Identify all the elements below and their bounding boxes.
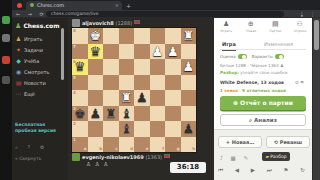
panel-tab-label: Партии xyxy=(264,29,286,33)
player-bottom-flag-icon xyxy=(164,154,170,158)
black-bishop-d2[interactable]: ♝ xyxy=(119,121,135,137)
square-d3[interactable]: ♝ xyxy=(119,106,135,122)
sidebar-item-Играть[interactable]: ♟Играть xyxy=(15,34,67,43)
square-a7[interactable]: 7 xyxy=(72,44,88,60)
square-d5[interactable] xyxy=(119,75,135,91)
subtab-game[interactable]: Игра xyxy=(222,40,236,51)
panel-toggles: ОценкаВарианты xyxy=(220,54,306,61)
square-e8[interactable] xyxy=(134,28,150,44)
square-d1[interactable]: d xyxy=(119,137,135,153)
square-a5[interactable]: 5 xyxy=(72,75,88,91)
square-e5[interactable] xyxy=(134,75,150,91)
black-rook-c3[interactable]: ♜ xyxy=(103,106,119,122)
page: ♟ Chess.com ♟Играть✦Задачи◆Учёба◉Смотрет… xyxy=(12,18,320,180)
share-tool-icons[interactable]: ⤴ ▦ ✎ xyxy=(220,154,251,162)
square-e3[interactable] xyxy=(134,106,150,122)
analysis-button[interactable]: ⌕ Анализ xyxy=(220,114,306,126)
white-king-b8[interactable]: ♚ xyxy=(88,28,104,44)
black-pawn-e4[interactable]: ♟ xyxy=(134,90,150,106)
review-badge-label: Разбор xyxy=(270,154,286,159)
logo-text: Chess.com xyxy=(23,22,59,29)
right-panel: ♟Играть⊕Новая▤Партии⚇Игроки Игра Изменен… xyxy=(214,18,312,180)
page-scrollbar[interactable] xyxy=(313,18,320,180)
toggle-Оценка: Оценка xyxy=(220,54,252,59)
sidebar-icon: ⋯ xyxy=(15,89,22,98)
file-label: f xyxy=(162,147,164,151)
move-nav-bar[interactable]: ⏮ ◀ ▶ ⏭ ⚑ ↻ xyxy=(218,166,310,174)
white-pawn-h6[interactable]: ♟ xyxy=(181,59,197,75)
panel-tab-icon: ⊕ xyxy=(239,20,264,29)
panel-tab-label: Новая xyxy=(240,29,262,33)
review-text: узнайте свои ошибки xyxy=(239,70,288,75)
square-g3[interactable] xyxy=(165,106,181,122)
toggle-switch[interactable] xyxy=(275,54,284,59)
square-b5[interactable] xyxy=(88,75,104,91)
square-e1[interactable]: e xyxy=(134,137,150,153)
ratings-info: Белые 1288 · Чёрные 1363 ♟ xyxy=(220,63,306,68)
square-f3[interactable] xyxy=(150,106,166,122)
rank-label: 5 xyxy=(73,76,76,80)
square-e7[interactable] xyxy=(134,44,150,60)
app-grey2-icon[interactable] xyxy=(2,76,10,84)
white-rook-d4[interactable]: ♜ xyxy=(119,90,135,106)
move-quality-summary: 1 зевок · 9 отличных ходов xyxy=(220,88,306,93)
square-h7[interactable] xyxy=(181,44,197,60)
square-b1[interactable]: b xyxy=(88,137,104,153)
square-g1[interactable]: g xyxy=(165,137,181,153)
square-g4[interactable] xyxy=(165,90,181,106)
browser-window: Chess.com × + ← → ⟳ chess.com/game/live … xyxy=(12,0,320,180)
sidebar-tool-icons[interactable]: ⌕ ? ⚙ xyxy=(15,144,48,151)
file-label: h xyxy=(192,147,195,151)
player-top-rating: (1288) xyxy=(115,20,132,26)
toggle-Варианты: Варианты xyxy=(252,54,289,59)
toggle-label: Оценка xyxy=(220,54,236,59)
square-f8[interactable] xyxy=(150,28,166,44)
square-c4[interactable] xyxy=(103,90,119,106)
square-c7[interactable] xyxy=(103,44,119,60)
white-pawn-f7[interactable]: ♟ xyxy=(150,44,166,60)
sidebar-icon: ♟ xyxy=(15,34,22,43)
panel-tab-icon: ♟ xyxy=(214,20,239,29)
free-trial-link[interactable]: Бесплатная пробная версия xyxy=(15,122,67,134)
square-g8[interactable] xyxy=(165,28,181,44)
square-g5[interactable] xyxy=(165,75,181,91)
app-grey1-icon[interactable] xyxy=(2,34,10,42)
review-link[interactable]: Разбор: xyxy=(220,70,239,75)
square-g7[interactable]: ♟ xyxy=(165,44,181,60)
file-label: a xyxy=(84,147,87,151)
file-label: d xyxy=(130,147,133,151)
new-tab-button[interactable]: + xyxy=(126,2,131,10)
player-top-name[interactable]: aljavovich8 xyxy=(82,20,114,26)
square-a6[interactable]: 6♛ xyxy=(72,59,88,75)
square-c6[interactable] xyxy=(103,59,119,75)
square-b3[interactable]: ♟ xyxy=(88,106,104,122)
sidebar-item-Учёба[interactable]: ◆Учёба xyxy=(15,56,67,65)
game-report-button[interactable]: ⊕ Отчёт о партии xyxy=(220,96,306,110)
square-b8[interactable]: ♚ xyxy=(88,28,104,44)
logo-pawn-icon: ♟ xyxy=(15,22,21,30)
sidebar-icon: ✦ xyxy=(15,45,22,54)
captured-pieces: ♙ ♙ ♙ xyxy=(86,161,109,168)
square-d4[interactable]: ♜ xyxy=(119,90,135,106)
square-e2[interactable] xyxy=(134,121,150,137)
square-a2[interactable]: 2 xyxy=(72,121,88,137)
sidebar-item-Задачи[interactable]: ✦Задачи xyxy=(15,45,67,54)
browser-tab-strip: Chess.com × + xyxy=(12,0,320,10)
panel-tab-Партии[interactable]: ▤Партии xyxy=(263,20,288,38)
square-h2[interactable]: ♟ xyxy=(181,121,197,137)
file-label: b xyxy=(99,147,102,151)
quality-good-moves: 9 отличных ходов xyxy=(242,88,286,93)
opening-text: White Defense, 13 ходов xyxy=(220,80,284,85)
toggle-label: Варианты xyxy=(252,54,273,59)
square-b6[interactable] xyxy=(88,59,104,75)
sidebar-item-Ещё[interactable]: ⋯Ещё xyxy=(15,89,67,98)
avatar-top[interactable] xyxy=(72,19,80,27)
black-pawn-h2[interactable]: ♟ xyxy=(181,121,197,137)
chesscom-logo[interactable]: ♟ Chess.com xyxy=(15,21,59,30)
square-h3[interactable] xyxy=(181,106,197,122)
review-badge[interactable]: ▰ Разбор xyxy=(262,152,290,161)
square-h1[interactable]: h xyxy=(181,137,197,153)
sidebar-scrollbar[interactable] xyxy=(61,28,64,80)
tab-close-icon[interactable]: × xyxy=(115,1,119,10)
rematch-button[interactable]: ⟲ Реванш xyxy=(266,136,310,148)
sidebar-icon: ▤ xyxy=(15,78,22,87)
square-a8[interactable]: 8 xyxy=(72,28,88,44)
clock-bottom: 36:18 xyxy=(170,162,206,173)
page-scrollbar-thumb[interactable] xyxy=(314,20,319,50)
avatar-bottom[interactable] xyxy=(72,153,80,161)
sidebar-item-Смотреть[interactable]: ◉Смотреть xyxy=(15,67,67,76)
panel-tabs: ♟Играть⊕Новая▤Партии⚇Игроки xyxy=(214,20,312,38)
black-bishop-d3[interactable]: ♝ xyxy=(119,106,135,122)
square-e4[interactable]: ♟ xyxy=(134,90,150,106)
square-d7[interactable] xyxy=(119,44,135,60)
file-label: g xyxy=(177,147,180,151)
square-b7[interactable]: ♛ xyxy=(88,44,104,60)
rank-label: 4 xyxy=(73,91,76,95)
square-c2[interactable] xyxy=(103,121,119,137)
rank-label: 2 xyxy=(73,122,76,126)
white-rook-h8[interactable]: ♜ xyxy=(181,28,197,44)
favicon xyxy=(30,3,34,7)
square-b2[interactable] xyxy=(88,121,104,137)
square-a1[interactable]: 1a xyxy=(72,137,88,153)
square-b4[interactable] xyxy=(88,90,104,106)
square-g2[interactable] xyxy=(165,121,181,137)
address-bar[interactable]: chess.com/game/live xyxy=(46,11,284,17)
square-d8[interactable] xyxy=(119,28,135,44)
review-teaser: Разбор: узнайте свои ошибки xyxy=(220,70,306,75)
square-e6[interactable] xyxy=(134,59,150,75)
square-c1[interactable]: c xyxy=(103,137,119,153)
file-label: e xyxy=(146,147,149,151)
player-bottom-name[interactable]: evgeniy-nikolaev1969 xyxy=(82,154,144,160)
panel-tab-icon: ▤ xyxy=(263,20,288,29)
sidebar-item-label: Играть xyxy=(24,36,42,42)
panel-tab-label: Игроки xyxy=(289,29,311,33)
panel-tab-Новая[interactable]: ⊕Новая xyxy=(239,20,264,38)
sidebar-item-label: Задачи xyxy=(24,47,43,53)
sidebar-icon: ◉ xyxy=(15,67,22,76)
rank-label: 7 xyxy=(73,45,76,49)
square-h8[interactable]: ♜ xyxy=(181,28,197,44)
black-queen-a6[interactable]: ♛ xyxy=(72,59,88,75)
panel-subtabs: Игра Изменения xyxy=(220,40,306,50)
panel-tab-icon: ⚇ xyxy=(288,20,313,29)
opening-name: White Defense, 13 ходов⧉ ⚑ xyxy=(220,80,306,86)
postgame-buttons: + Новая… ⟲ Реванш xyxy=(218,136,310,148)
browser-nav-icons[interactable]: ← → ⟳ xyxy=(16,10,47,18)
record-icon xyxy=(17,3,22,8)
sidebar-icon: ◆ xyxy=(15,56,22,65)
square-c5[interactable] xyxy=(103,75,119,91)
review-badge-icon: ▰ xyxy=(265,154,268,159)
browser-menu-icons[interactable]: ⭳ ⋮ xyxy=(299,10,317,18)
toggle-switch[interactable] xyxy=(238,54,247,59)
square-c3[interactable]: ♜ xyxy=(103,106,119,122)
new-game-button[interactable]: + Новая… xyxy=(218,136,262,148)
square-d2[interactable]: ♝ xyxy=(119,121,135,137)
square-f1[interactable]: f xyxy=(150,137,166,153)
subtab-changes[interactable]: Изменения xyxy=(264,40,293,49)
sidebar-item-label: Ещё xyxy=(24,91,35,97)
browser-toolbar: ← → ⟳ chess.com/game/live ⭳ ⋮ xyxy=(12,10,320,18)
sidebar-item-label: Новости xyxy=(24,80,46,86)
square-g6[interactable] xyxy=(165,59,181,75)
rank-label: 1 xyxy=(73,138,76,142)
square-a4[interactable]: 4 xyxy=(72,90,88,106)
player-bar-top: aljavovich8 (1288) ◷ 28:13 xyxy=(72,18,216,28)
black-pawn-b3[interactable]: ♟ xyxy=(88,106,104,122)
chess-board: 8♚♜7♛♟♟6♛♟54♜♟3♚♟♜♝2♝♟1abcdefgh xyxy=(72,28,196,152)
sidebar-item-Новости[interactable]: ▤Новости xyxy=(15,78,67,87)
player-top-flag-icon xyxy=(134,20,140,24)
square-f7[interactable]: ♟ xyxy=(150,44,166,60)
square-f6[interactable] xyxy=(150,59,166,75)
white-pawn-g7[interactable]: ♟ xyxy=(165,44,181,60)
sidebar: ♟ Chess.com ♟Играть✦Задачи◆Учёба◉Смотрет… xyxy=(12,18,68,180)
square-a3[interactable]: 3♚ xyxy=(72,106,88,122)
square-f4[interactable] xyxy=(150,90,166,106)
square-c8[interactable] xyxy=(103,28,119,44)
panel-tab-Играть[interactable]: ♟Играть xyxy=(214,20,239,38)
sidebar-item-label: Учёба xyxy=(24,58,39,64)
sidebar-item-label: Смотреть xyxy=(24,69,49,75)
panel-tab-label: Играть xyxy=(215,29,237,33)
black-queen-b7[interactable]: ♛ xyxy=(88,44,104,60)
square-h5[interactable] xyxy=(181,75,197,91)
player-bottom-rating: (1363) xyxy=(145,154,162,160)
square-d6[interactable] xyxy=(119,59,135,75)
app-red-icon[interactable] xyxy=(2,56,10,64)
app-green-icon[interactable] xyxy=(2,16,10,24)
black-king-a3[interactable]: ♚ xyxy=(72,106,88,122)
tab-title: Chess.com xyxy=(37,2,64,8)
sidebar-collapse-button[interactable]: « Свернуть xyxy=(15,156,41,161)
square-h6[interactable]: ♟ xyxy=(181,59,197,75)
square-f2[interactable] xyxy=(150,121,166,137)
square-f5[interactable] xyxy=(150,75,166,91)
opening-icons[interactable]: ⧉ ⚑ xyxy=(295,80,304,86)
quality-blunders: 1 зевок xyxy=(220,88,238,93)
rank-label: 8 xyxy=(73,29,76,33)
os-taskbar xyxy=(0,0,12,180)
browser-tab[interactable]: Chess.com × xyxy=(26,1,122,10)
square-h4[interactable] xyxy=(181,90,197,106)
screen: Chess.com × + ← → ⟳ chess.com/game/live … xyxy=(0,0,320,180)
file-label: c xyxy=(115,147,117,151)
panel-tab-Игроки[interactable]: ⚇Игроки xyxy=(288,20,313,38)
